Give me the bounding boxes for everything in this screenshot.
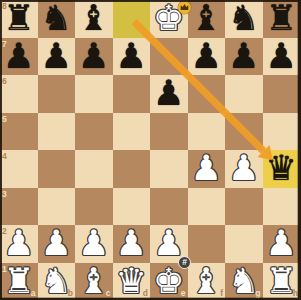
square-c1[interactable]: c♝ xyxy=(75,263,113,300)
rank-label-6: 6 xyxy=(2,77,7,86)
white-pawn-c2[interactable]: ♟ xyxy=(78,225,109,263)
black-pawn-a7[interactable]: ♟ xyxy=(3,38,34,76)
black-rook-h8[interactable]: ♜ xyxy=(266,0,297,38)
square-b1[interactable]: b♞ xyxy=(38,263,76,300)
square-h8[interactable]: ♜ xyxy=(263,0,301,38)
white-pawn-d2[interactable]: ♟ xyxy=(116,225,147,263)
square-d6[interactable] xyxy=(113,75,151,113)
square-h2[interactable]: ♟ xyxy=(263,225,301,263)
black-knight-g8[interactable]: ♞ xyxy=(228,0,259,38)
square-d1[interactable]: d♛ xyxy=(113,263,151,300)
rank-label-5: 5 xyxy=(2,115,7,124)
square-c4[interactable] xyxy=(75,150,113,188)
square-a7[interactable]: 7♟ xyxy=(0,38,38,76)
black-pawn-g7[interactable]: ♟ xyxy=(228,38,259,76)
white-pawn-e2[interactable]: ♟ xyxy=(153,225,184,263)
square-f7[interactable]: ♟ xyxy=(188,38,226,76)
square-d3[interactable] xyxy=(113,188,151,226)
black-pawn-e6[interactable]: ♟ xyxy=(153,75,184,113)
black-bishop-f8[interactable]: ♝ xyxy=(191,0,222,38)
square-c6[interactable] xyxy=(75,75,113,113)
square-e3[interactable] xyxy=(150,188,188,226)
black-pawn-c7[interactable]: ♟ xyxy=(78,38,109,76)
white-queen-d1[interactable]: ♛ xyxy=(116,263,147,300)
square-f5[interactable] xyxy=(188,113,226,151)
white-bishop-c1[interactable]: ♝ xyxy=(78,263,109,300)
chess-board: 8♜♞♝♚♝♞♜7♟♟♟♟♟♟♟6♟54♟♟♛32♟♟♟♟♟♟1a♜b♞c♝d♛… xyxy=(0,0,300,300)
square-h4[interactable]: ♛ xyxy=(263,150,301,188)
square-a1[interactable]: 1a♜ xyxy=(0,263,38,300)
white-pawn-h2[interactable]: ♟ xyxy=(266,225,297,263)
white-king-e1[interactable]: ♚ xyxy=(153,263,184,300)
square-g4[interactable]: ♟ xyxy=(225,150,263,188)
square-g5[interactable] xyxy=(225,113,263,151)
square-h5[interactable] xyxy=(263,113,301,151)
square-g6[interactable] xyxy=(225,75,263,113)
white-knight-b1[interactable]: ♞ xyxy=(41,263,72,300)
square-g3[interactable] xyxy=(225,188,263,226)
square-f4[interactable]: ♟ xyxy=(188,150,226,188)
square-e4[interactable] xyxy=(150,150,188,188)
square-a2[interactable]: 2♟ xyxy=(0,225,38,263)
square-b5[interactable] xyxy=(38,113,76,151)
square-e2[interactable]: ♟ xyxy=(150,225,188,263)
square-f3[interactable] xyxy=(188,188,226,226)
black-pawn-b7[interactable]: ♟ xyxy=(41,38,72,76)
square-b3[interactable] xyxy=(38,188,76,226)
white-pawn-b2[interactable]: ♟ xyxy=(41,225,72,263)
square-e6[interactable]: ♟ xyxy=(150,75,188,113)
square-a3[interactable]: 3 xyxy=(0,188,38,226)
square-g2[interactable] xyxy=(225,225,263,263)
square-e7[interactable] xyxy=(150,38,188,76)
square-d7[interactable]: ♟ xyxy=(113,38,151,76)
square-c3[interactable] xyxy=(75,188,113,226)
black-pawn-d7[interactable]: ♟ xyxy=(116,38,147,76)
square-c7[interactable]: ♟ xyxy=(75,38,113,76)
square-e5[interactable] xyxy=(150,113,188,151)
square-f6[interactable] xyxy=(188,75,226,113)
black-knight-b8[interactable]: ♞ xyxy=(41,0,72,38)
white-pawn-f4[interactable]: ♟ xyxy=(191,150,222,188)
square-g8[interactable]: ♞ xyxy=(225,0,263,38)
black-bishop-c8[interactable]: ♝ xyxy=(78,0,109,38)
black-pawn-f7[interactable]: ♟ xyxy=(191,38,222,76)
black-pawn-h7[interactable]: ♟ xyxy=(266,38,297,76)
square-b2[interactable]: ♟ xyxy=(38,225,76,263)
white-rook-a1[interactable]: ♜ xyxy=(3,263,34,300)
square-c2[interactable]: ♟ xyxy=(75,225,113,263)
square-e8[interactable]: ♚ xyxy=(150,0,188,38)
chess-board-wrap: 8♜♞♝♚♝♞♜7♟♟♟♟♟♟♟6♟54♟♟♛32♟♟♟♟♟♟1a♜b♞c♝d♛… xyxy=(0,0,300,300)
white-pawn-g4[interactable]: ♟ xyxy=(228,150,259,188)
square-h7[interactable]: ♟ xyxy=(263,38,301,76)
square-b4[interactable] xyxy=(38,150,76,188)
square-h6[interactable] xyxy=(263,75,301,113)
white-bishop-f1[interactable]: ♝ xyxy=(191,263,222,300)
square-g7[interactable]: ♟ xyxy=(225,38,263,76)
black-queen-h4[interactable]: ♛ xyxy=(266,150,297,188)
square-a6[interactable]: 6 xyxy=(0,75,38,113)
square-a4[interactable]: 4 xyxy=(0,150,38,188)
square-d5[interactable] xyxy=(113,113,151,151)
square-d2[interactable]: ♟ xyxy=(113,225,151,263)
white-pawn-a2[interactable]: ♟ xyxy=(3,225,34,263)
square-d8[interactable] xyxy=(113,0,151,38)
square-d4[interactable] xyxy=(113,150,151,188)
square-g1[interactable]: g♞ xyxy=(225,263,263,300)
square-a8[interactable]: 8♜ xyxy=(0,0,38,38)
white-knight-g1[interactable]: ♞ xyxy=(228,263,259,300)
square-b6[interactable] xyxy=(38,75,76,113)
square-e1[interactable]: e♚ xyxy=(150,263,188,300)
square-b8[interactable]: ♞ xyxy=(38,0,76,38)
square-a5[interactable]: 5 xyxy=(0,113,38,151)
square-f8[interactable]: ♝ xyxy=(188,0,226,38)
square-h1[interactable]: h♜ xyxy=(263,263,301,300)
square-f1[interactable]: f♝ xyxy=(188,263,226,300)
black-king-e8[interactable]: ♚ xyxy=(153,0,184,38)
square-h3[interactable] xyxy=(263,188,301,226)
white-rook-h1[interactable]: ♜ xyxy=(266,263,297,300)
square-c5[interactable] xyxy=(75,113,113,151)
rank-label-4: 4 xyxy=(2,152,7,161)
square-b7[interactable]: ♟ xyxy=(38,38,76,76)
rank-label-3: 3 xyxy=(2,190,7,199)
black-rook-a8[interactable]: ♜ xyxy=(3,0,34,38)
square-f2[interactable] xyxy=(188,225,226,263)
square-c8[interactable]: ♝ xyxy=(75,0,113,38)
